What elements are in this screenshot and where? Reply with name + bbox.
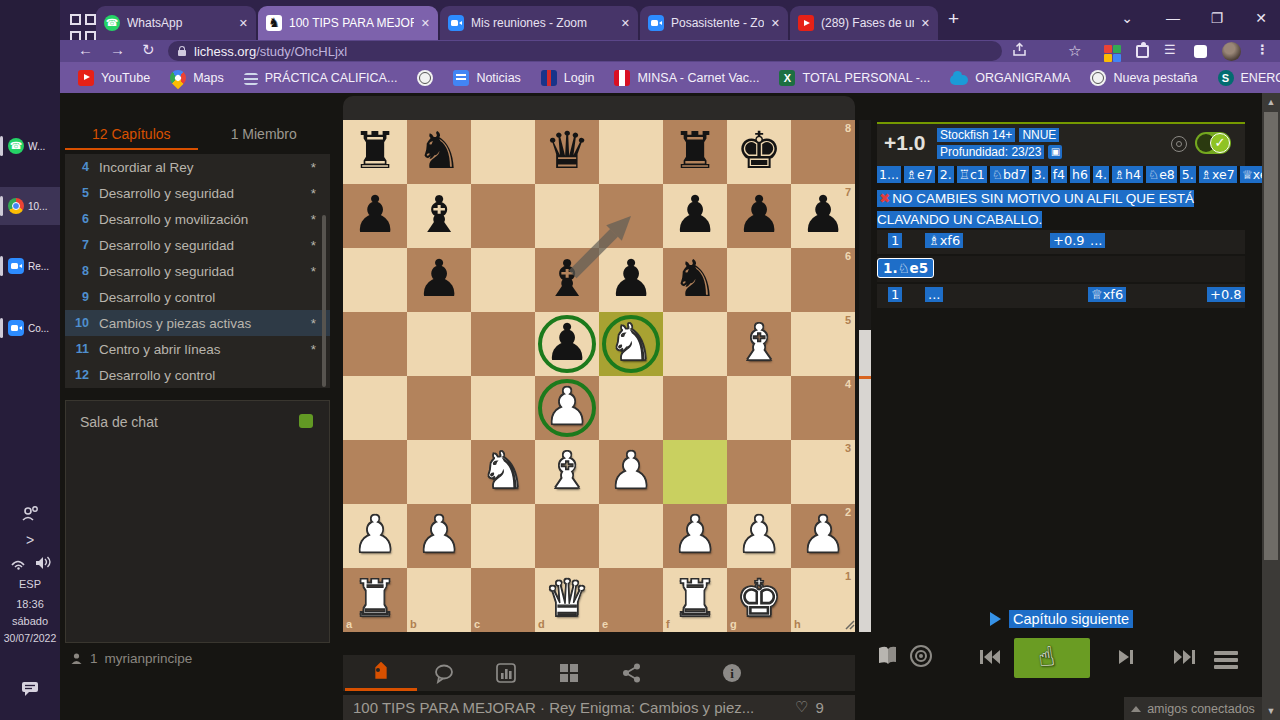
chapter-star: *: [311, 238, 330, 253]
chat-members-row: 1 myrianprincipe: [70, 651, 192, 666]
file-label-b: b: [410, 618, 417, 630]
study-toolbar: i: [343, 655, 855, 691]
move-annotation: ✖NO CAMBIES SIN MOTIVO UN ALFIL QUE ESTÁ…: [877, 188, 1239, 230]
chapter-star: *: [311, 264, 330, 279]
study-sidebar-tabs: 12 Capítulos 1 Miembro: [65, 126, 330, 150]
engine-eval-box: +1.0 Stockfish 14+ NNUE Profundidad: 23/…: [877, 122, 1245, 166]
piece-white-bishop-g5[interactable]: ♝: [727, 312, 791, 376]
piece-white-pawn-a2[interactable]: ♟: [343, 504, 407, 568]
member-icon: [70, 652, 83, 665]
zoom-icon: [648, 15, 664, 31]
bookmark-label: ORGANIGRAMA: [975, 71, 1070, 85]
chat-room-box: Sala de chat: [65, 400, 330, 643]
tab-chapters[interactable]: 12 Capítulos: [65, 126, 198, 150]
forward-icon[interactable]: →: [110, 41, 125, 58]
engine-line-move[interactable]: 3.: [1032, 166, 1048, 183]
chapter-title: Desarrollo y movilización: [99, 212, 248, 227]
piece-white-rook-f1[interactable]: ♜: [663, 568, 727, 632]
login-icon: [541, 70, 557, 86]
taskbar-item-zoom-1[interactable]: Re...: [0, 247, 60, 285]
extension-colorful-icon[interactable]: [1104, 45, 1121, 62]
chapter-number: 8: [65, 264, 99, 278]
file-label-d: d: [538, 618, 545, 630]
news-icon: [453, 70, 469, 86]
engine-line-move[interactable]: 4.: [1093, 166, 1109, 183]
engine-line-move[interactable]: 1...: [877, 166, 901, 183]
chat-tool-icon[interactable]: [433, 662, 455, 684]
keyboard-lang-label[interactable]: ESP: [0, 578, 60, 590]
zoom-icon: [8, 320, 24, 336]
bookmark-pr-ctica-califica[interactable]: PRÁCTICA CALIFICA...: [244, 71, 398, 85]
browser-window: ☎ WhatsApp ✕ ♞ 100 TIPS PARA MEJORAR ✕ M…: [60, 0, 1280, 720]
extensions-puzzle-icon[interactable]: [1136, 45, 1149, 58]
tab-youtube-video[interactable]: (289) Fases de una partida ✕: [790, 6, 938, 40]
chapter-star: *: [311, 212, 330, 227]
tab-members[interactable]: 1 Miembro: [198, 126, 331, 150]
variation-move[interactable]: ♕xf6: [1088, 287, 1126, 302]
tab-whatsapp[interactable]: ☎ WhatsApp ✕: [96, 6, 256, 40]
bookmark-youtube[interactable]: YouTube: [78, 70, 150, 86]
circle-annotation-d4: [535, 376, 599, 440]
square-g4[interactable]: [727, 376, 791, 440]
browser-tab-strip: ☎ WhatsApp ✕ ♞ 100 TIPS PARA MEJORAR ✕ M…: [60, 0, 1280, 40]
square-f5[interactable]: [663, 312, 727, 376]
eval-bar: [859, 120, 871, 632]
tab-title: (289) Fases de una partida: [821, 16, 914, 30]
square-c1[interactable]: [471, 568, 535, 632]
square-c6[interactable]: [471, 248, 535, 312]
engine-line-move[interactable]: ♘bd7: [990, 166, 1029, 183]
piece-black-bishop-b7[interactable]: ♝: [407, 184, 471, 248]
rank-label-6: 6: [845, 250, 851, 262]
tab-title: WhatsApp: [127, 16, 232, 30]
chess-board[interactable]: ♜♞♛♜♚8♟♝♟♟♟7♟♝♟♞6♟♞♝5♟4♞♝♟3♟♟♟♟♟2♜abc♛de…: [343, 120, 855, 632]
file-label-e: e: [602, 618, 608, 630]
square-c5[interactable]: [471, 312, 535, 376]
engine-toggle-switch[interactable]: [1195, 132, 1231, 154]
engine-memory-icon[interactable]: ▣: [1048, 145, 1062, 159]
tab-close-icon[interactable]: ✕: [921, 17, 930, 30]
engine-principal-variation: 1...♗e72.♖c1♘bd73.f4h64.♗h4♘e85.♗xe7♕xe7…: [877, 166, 1245, 183]
bookmark-nueva-pesta-a[interactable]: Nueva pestaña: [1090, 70, 1197, 86]
tab-close-icon[interactable]: ✕: [239, 17, 248, 30]
piece-black-pawn-e6[interactable]: ♟: [599, 248, 663, 312]
variation-eval: +0.9: [1050, 233, 1088, 248]
chapter-item-10[interactable]: 10Cambios y piezas activas*: [65, 310, 330, 336]
reload-icon[interactable]: ↻: [142, 41, 155, 59]
bookmark-organigrama[interactable]: ORGANIGRAMA: [950, 71, 1070, 85]
scroll-down-icon[interactable]: ▼: [1262, 706, 1280, 716]
chevron-right-icon[interactable]: >: [0, 532, 60, 548]
bookmark-label: PRÁCTICA CALIFICA...: [265, 71, 398, 85]
engine-line-move[interactable]: 2.: [938, 166, 954, 183]
square-b5[interactable]: [407, 312, 471, 376]
analysis-panel: +1.0 Stockfish 14+ NNUE Profundidad: 23/…: [877, 122, 1245, 166]
chat-status-square[interactable]: [299, 414, 313, 428]
chapter-number: 4: [65, 160, 99, 174]
friends-online-bar[interactable]: amigos conectados: [1124, 697, 1262, 720]
square-a6[interactable]: [343, 248, 407, 312]
square-a4[interactable]: [343, 376, 407, 440]
chapter-number: 11: [65, 342, 99, 356]
windows-taskbar: ☎ W... 10... Re... Co... > ESP 18:36 sáb…: [0, 0, 60, 720]
chapter-star: *: [311, 186, 330, 201]
chapter-number: 10: [65, 316, 99, 330]
chapter-item-4[interactable]: 4Incordiar al Rey*: [65, 154, 330, 180]
minsa-icon: [614, 70, 630, 86]
bookmark-label: YouTube: [101, 71, 150, 85]
chapter-title: Desarrollo y seguridad: [99, 186, 234, 201]
lichess-icon: ♞: [266, 15, 282, 31]
chapter-number: 9: [65, 290, 99, 304]
bookmark-label: Login: [564, 71, 595, 85]
file-label-a: a: [346, 618, 352, 630]
square-d2[interactable]: [535, 504, 599, 568]
window-close-button[interactable]: ✕: [1250, 10, 1272, 26]
chapter-number: 5: [65, 186, 99, 200]
file-label-c: c: [474, 618, 480, 630]
engine-line-move[interactable]: ♗h4: [1112, 166, 1143, 183]
engine-line-move[interactable]: 5.: [1180, 166, 1196, 183]
square-e7[interactable]: [599, 184, 663, 248]
piece-white-knight-c3[interactable]: ♞: [471, 440, 535, 504]
chevron-up-icon: [1131, 706, 1141, 712]
chapter-title: Desarrollo y control: [99, 368, 215, 383]
taskbar-item-label: Re...: [28, 261, 49, 272]
rank-label-2: 2: [845, 506, 851, 518]
engine-line-move[interactable]: f4: [1051, 166, 1067, 183]
square-a3[interactable]: [343, 440, 407, 504]
back-icon[interactable]: ←: [78, 41, 93, 58]
variation-more[interactable]: ...: [1087, 233, 1105, 248]
chapter-title: Centro y abrir líneas: [99, 342, 221, 357]
friends-label: amigos conectados: [1147, 702, 1255, 716]
current-move[interactable]: 1.♘e5: [877, 258, 934, 278]
bookmark-maps[interactable]: Maps: [170, 70, 224, 86]
taskbar-item-whatsapp[interactable]: ☎ W...: [0, 127, 60, 165]
last-move-highlight: [663, 440, 727, 504]
bookmark-noticias[interactable]: Noticias: [453, 70, 520, 86]
clock-day: sábado: [0, 615, 60, 627]
bookmark-total-personal[interactable]: XTOTAL PERSONAL -...: [779, 70, 930, 86]
bookmarks-bar: YouTubeMapsPRÁCTICA CALIFICA...NoticiasL…: [60, 62, 1280, 93]
bookmark-star-icon[interactable]: ☆: [1068, 42, 1081, 60]
engine-line-move[interactable]: ♖c1: [957, 166, 987, 183]
piece-black-knight-b8[interactable]: ♞: [407, 120, 471, 184]
chapter-star: *: [311, 342, 330, 357]
chapter-item-5[interactable]: 5Desarrollo y seguridad*: [65, 180, 330, 206]
tab-search-chevron-icon[interactable]: ⌄: [1116, 10, 1138, 26]
chapter-number: 7: [65, 238, 99, 252]
board-resize-handle[interactable]: [843, 618, 855, 630]
tab-close-icon[interactable]: ✕: [621, 17, 630, 30]
youtube-icon: [798, 15, 814, 31]
analysis-menu-icon[interactable]: [1214, 651, 1238, 672]
move-index: 1: [888, 287, 902, 302]
eval-bar-midline: [859, 376, 871, 379]
taskbar-item-label: 10...: [28, 201, 47, 212]
window-restore-button[interactable]: ❐: [1206, 10, 1228, 26]
sidebar-square-icon[interactable]: [1194, 45, 1207, 58]
square-d7[interactable]: [535, 184, 599, 248]
engine-line-move[interactable]: ♗xe7: [1199, 166, 1237, 183]
active-tool-underline: [345, 688, 417, 691]
square-c4[interactable]: [471, 376, 535, 440]
clock-date: 30/07/2022: [0, 632, 60, 644]
current-move-row: 1.♘e5: [877, 256, 1245, 282]
bookmark-enero-setiembr[interactable]: SENERO - SETIEMBR...: [1218, 70, 1280, 86]
square-c7[interactable]: [471, 184, 535, 248]
study-title-bar: 100 TIPS PARA MEJORAR · Rey Enigma: Camb…: [343, 695, 855, 720]
square-c2[interactable]: [471, 504, 535, 568]
address-bar[interactable]: lichess.org /study/OhcHLjxl: [168, 41, 1002, 61]
variation-row-2[interactable]: 1 ... ♕xf6 +0.8: [877, 284, 1245, 309]
rank-label-3: 3: [845, 442, 851, 454]
whatsapp-icon: ☎: [8, 138, 24, 154]
last-move-button[interactable]: [1172, 647, 1198, 667]
chapter-item-6[interactable]: 6Desarrollo y movilización*: [65, 206, 330, 232]
square-e1[interactable]: [599, 568, 663, 632]
chapter-star: *: [311, 316, 330, 331]
browser-menu-icon[interactable]: ⋮: [1256, 42, 1269, 57]
zoom-icon: [8, 258, 24, 274]
circle-annotation-e5: [599, 312, 663, 376]
bookmark-minsa-carnet-vac[interactable]: MINSA - Carnet Vac...: [614, 70, 759, 86]
whatsapp-icon: ☎: [104, 15, 120, 31]
square-g3[interactable]: [727, 440, 791, 504]
piece-black-knight-f6[interactable]: ♞: [663, 248, 727, 312]
likes-badge[interactable]: ♡ 9: [795, 695, 824, 720]
goto-target-icon[interactable]: [910, 645, 932, 667]
piece-white-bishop-d3[interactable]: ♝: [535, 440, 599, 504]
chapter-item-11[interactable]: 11Centro y abrir líneas*: [65, 336, 330, 362]
member-count: 1: [90, 651, 98, 666]
next-chapter-label: Capítulo siguiente: [1009, 610, 1133, 628]
piece-white-rook-a1[interactable]: ♜: [343, 568, 407, 632]
bookmark-label: Noticias: [476, 71, 520, 85]
piece-black-pawn-b6[interactable]: ♟: [407, 248, 471, 312]
chapter-star: *: [311, 160, 330, 175]
page-scrollbar[interactable]: ▲ ▼: [1262, 93, 1280, 720]
bookmark-label: TOTAL PERSONAL -...: [802, 71, 930, 85]
chat-room-title: Sala de chat: [80, 414, 158, 430]
study-title: 100 TIPS PARA MEJORAR · Rey Enigma: Camb…: [353, 695, 754, 720]
next-move-arrow-button[interactable]: [1116, 647, 1136, 667]
maps-icon: [167, 66, 190, 89]
scrollbar-thumb[interactable]: [1264, 112, 1278, 560]
taskbar-item-label: Co...: [28, 323, 49, 334]
tab-close-icon[interactable]: ✕: [771, 17, 780, 30]
chapter-list-scrollbar[interactable]: [322, 215, 326, 387]
piece-white-pawn-g2[interactable]: ♟: [727, 504, 791, 568]
info-tool-icon[interactable]: i: [721, 662, 743, 684]
reading-list-icon[interactable]: ☰: [1164, 42, 1175, 57]
tab-zoom-meetings[interactable]: Mis reuniones - Zoom ✕: [440, 6, 638, 40]
square-e4[interactable]: [599, 376, 663, 440]
rank-label-1: 1: [845, 570, 851, 582]
red-x-icon: ✖: [877, 190, 892, 207]
move-index: 1: [888, 233, 902, 248]
likes-count: 9: [815, 695, 823, 720]
practice-target-icon[interactable]: [1171, 136, 1187, 152]
taskbar-item-zoom-2[interactable]: Co...: [0, 309, 60, 347]
chapter-title: Desarrollo y seguridad: [99, 264, 234, 279]
engine-name: Stockfish 14+: [937, 128, 1015, 142]
piece-black-queen-d8[interactable]: ♛: [535, 120, 599, 184]
share-tool-icon[interactable]: [621, 662, 643, 684]
clock-time[interactable]: 18:36: [0, 598, 60, 610]
globe-icon: [1090, 70, 1106, 86]
taskbar-item-label: W...: [28, 141, 45, 152]
url-host: lichess.org: [194, 44, 256, 59]
excel-icon: X: [779, 70, 795, 86]
bookmark-label: ENERO - SETIEMBR...: [1241, 71, 1280, 85]
first-move-button[interactable]: [978, 647, 1002, 667]
profile-avatar[interactable]: [1222, 42, 1241, 61]
piece-black-rook-f8[interactable]: ♜: [663, 120, 727, 184]
square-f4[interactable]: [663, 376, 727, 440]
boards-grid-tool-icon[interactable]: [558, 662, 580, 684]
chrome-icon: [8, 198, 24, 214]
engine-nnue-badge: NNUE: [1019, 128, 1059, 142]
lock-icon[interactable]: [178, 50, 186, 56]
heart-icon[interactable]: ♡: [795, 695, 808, 720]
scroll-up-icon[interactable]: ▲: [1262, 97, 1280, 107]
chapter-number: 12: [65, 368, 99, 382]
globe-icon: [417, 70, 433, 86]
square-b3[interactable]: [407, 440, 471, 504]
glossary-book-icon[interactable]: [875, 645, 899, 667]
tab-title: Posasistente - Zoom: [671, 16, 764, 30]
annotation-text: NO CAMBIES SIN MOTIVO UN ALFIL QUE ESTÁ …: [877, 190, 1194, 228]
square-a5[interactable]: [343, 312, 407, 376]
chapter-item-12[interactable]: 12Desarrollo y control: [65, 362, 330, 388]
bookmark-label: Maps: [193, 71, 224, 85]
file-label-f: f: [666, 618, 670, 630]
eval-score: +1.0: [884, 131, 925, 155]
engine-line-move[interactable]: ♘e8: [1146, 166, 1177, 183]
circle-annotation-d5: [535, 312, 599, 376]
piece-black-pawn-f7[interactable]: ♟: [663, 184, 727, 248]
piece-black-pawn-a7[interactable]: ♟: [343, 184, 407, 248]
bookmark-label: MINSA - Carnet Vac...: [637, 71, 759, 85]
wifi-volume-icons[interactable]: [0, 553, 60, 573]
chapter-item-8[interactable]: 8Desarrollo y seguridad*: [65, 258, 330, 284]
tab-title: Mis reuniones - Zoom: [471, 16, 614, 30]
variation-move[interactable]: ♗xf6: [925, 233, 963, 248]
piece-white-pawn-f2[interactable]: ♟: [663, 504, 727, 568]
lichess-page: 12 Capítulos 1 Miembro 4Incordiar al Rey…: [60, 93, 1280, 720]
variation-pre: ...: [925, 287, 943, 302]
square-c8[interactable]: [471, 120, 535, 184]
board-top-strip: [343, 96, 855, 120]
piece-black-bishop-d6[interactable]: ♝: [535, 248, 599, 312]
rank-label-5: 5: [845, 314, 851, 326]
tab-lichess-study[interactable]: ♞ 100 TIPS PARA MEJORAR ✕: [258, 6, 438, 40]
variation-eval: +0.8: [1207, 287, 1245, 302]
rank-label-4: 4: [845, 378, 851, 390]
square-f3[interactable]: [663, 440, 727, 504]
new-tab-button[interactable]: +: [948, 8, 959, 30]
engine-line-move[interactable]: h6: [1070, 166, 1090, 183]
chart-tool-icon[interactable]: [495, 662, 517, 684]
taskbar-item-chrome[interactable]: 10...: [0, 187, 60, 225]
sharepoint-icon: S: [1218, 70, 1234, 86]
rank-label-7: 7: [845, 186, 851, 198]
tab-close-icon[interactable]: ✕: [421, 17, 430, 30]
window-minimize-button[interactable]: —: [1162, 10, 1184, 26]
square-g6[interactable]: [727, 248, 791, 312]
tag-tool-icon[interactable]: [370, 662, 392, 684]
share-icon[interactable]: [1012, 42, 1027, 60]
piece-black-king-g8[interactable]: ♚: [727, 120, 791, 184]
url-path: /study/OhcHLjxl: [256, 44, 347, 59]
zoom-icon: [448, 15, 464, 31]
tab-zoom-posasistente[interactable]: Posasistente - Zoom ✕: [640, 6, 788, 40]
chapter-list: 4Incordiar al Rey*5Desarrollo y segurida…: [65, 154, 330, 388]
square-e8[interactable]: [599, 120, 663, 184]
svg-text:i: i: [730, 666, 734, 681]
chapter-number: 6: [65, 212, 99, 226]
chapter-title: Cambios y piezas activas: [99, 316, 251, 331]
member-name[interactable]: myrianprincipe: [105, 651, 193, 666]
notification-icon[interactable]: [0, 680, 60, 699]
rank-label-8: 8: [845, 122, 851, 134]
piece-white-pawn-b2[interactable]: ♟: [407, 504, 471, 568]
people-icon[interactable]: [0, 505, 60, 525]
bookmark-globe[interactable]: [417, 70, 433, 86]
chapter-title: Desarrollo y seguridad: [99, 238, 234, 253]
cloud-icon: [950, 75, 968, 85]
play-triangle-icon: [990, 612, 1001, 626]
bookmark-login[interactable]: Login: [541, 70, 595, 86]
chapter-item-9[interactable]: 9Desarrollo y control: [65, 284, 330, 310]
engine-depth: Profundidad: 23/23: [937, 145, 1044, 159]
variation-row-1[interactable]: 1 ♗xf6 +0.9 ...: [877, 230, 1245, 255]
piece-black-pawn-g7[interactable]: ♟: [727, 184, 791, 248]
browser-toolbar: ← → ↻ lichess.org /study/OhcHLjxl ☆ ☰ ⋮: [60, 40, 1280, 62]
square-b4[interactable]: [407, 376, 471, 440]
square-e2[interactable]: [599, 504, 663, 568]
youtube-icon: [78, 70, 94, 86]
piece-black-rook-a8[interactable]: ♜: [343, 120, 407, 184]
piece-white-pawn-e3[interactable]: ♟: [599, 440, 663, 504]
chapter-title: Incordiar al Rey: [99, 160, 194, 175]
bookmark-label: Nueva pestaña: [1113, 71, 1197, 85]
chapter-title: Desarrollo y control: [99, 290, 215, 305]
file-label-h: h: [794, 618, 801, 630]
tab-title: 100 TIPS PARA MEJORAR: [289, 16, 414, 30]
doc-list-icon: [244, 73, 258, 85]
next-chapter-link[interactable]: Capítulo siguiente: [990, 610, 1133, 628]
file-label-g: g: [730, 618, 737, 630]
chapter-item-7[interactable]: 7Desarrollo y seguridad*: [65, 232, 330, 258]
engine-line-move[interactable]: ♗e7: [904, 166, 935, 183]
